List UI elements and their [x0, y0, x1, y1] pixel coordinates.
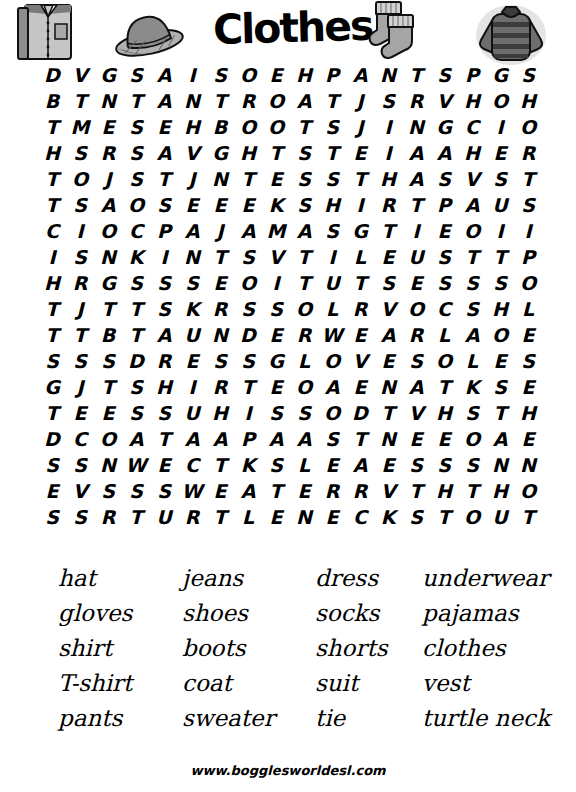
word-list-column-1: hatglovesshirtT-shirtpants [58, 561, 182, 736]
grid-cell-r11c8: D [234, 322, 262, 348]
grid-cell-r3c4: S [122, 114, 150, 140]
grid-cell-r7c4: C [122, 218, 150, 244]
grid-cell-r6c6: E [178, 192, 206, 218]
grid-cell-r3c10: T [290, 114, 318, 140]
grid-cell-r4c10: S [290, 140, 318, 166]
grid-cell-r17c14: T [402, 478, 430, 504]
grid-cell-r10c2: J [66, 296, 94, 322]
grid-cell-r3c11: S [318, 114, 346, 140]
grid-cell-r10c7: R [206, 296, 234, 322]
grid-cell-r3c3: E [94, 114, 122, 140]
grid-cell-r4c17: E [486, 140, 514, 166]
grid-cell-r8c8: S [234, 244, 262, 270]
grid-cell-r18c3: R [94, 504, 122, 530]
word-shoes: shoes [182, 596, 315, 631]
grid-cell-r7c3: O [94, 218, 122, 244]
grid-cell-r10c6: K [178, 296, 206, 322]
grid-cell-r7c1: C [38, 218, 66, 244]
grid-cell-r16c16: S [458, 452, 486, 478]
grid-cell-r16c9: S [262, 452, 290, 478]
grid-cell-r9c15: S [430, 270, 458, 296]
grid-cell-r2c14: R [402, 88, 430, 114]
grid-cell-r17c4: S [122, 478, 150, 504]
grid-cell-r9c12: T [346, 270, 374, 296]
grid-cell-r13c17: S [486, 374, 514, 400]
grid-cell-r7c2: I [66, 218, 94, 244]
grid-cell-r7c8: A [234, 218, 262, 244]
grid-cell-r12c15: O [430, 348, 458, 374]
grid-cell-r18c12: C [346, 504, 374, 530]
grid-cell-r11c12: E [346, 322, 374, 348]
grid-cell-r7c16: O [458, 218, 486, 244]
grid-cell-r13c4: S [122, 374, 150, 400]
grid-cell-r11c14: R [402, 322, 430, 348]
grid-cell-r4c4: S [122, 140, 150, 166]
grid-cell-r3c2: M [66, 114, 94, 140]
grid-cell-r14c3: E [94, 400, 122, 426]
grid-cell-r9c5: S [150, 270, 178, 296]
word-vest: vest [422, 666, 576, 701]
grid-cell-r4c3: R [94, 140, 122, 166]
grid-cell-r10c13: V [374, 296, 402, 322]
grid-cell-r2c15: V [430, 88, 458, 114]
grid-cell-r16c11: E [318, 452, 346, 478]
grid-cell-r11c3: B [94, 322, 122, 348]
grid-cell-r5c9: E [262, 166, 290, 192]
grid-cell-r17c3: S [94, 478, 122, 504]
grid-cell-r6c12: I [346, 192, 374, 218]
grid-cell-r6c1: T [38, 192, 66, 218]
grid-cell-r10c3: T [94, 296, 122, 322]
grid-cell-r1c8: O [234, 62, 262, 88]
grid-cell-r14c17: T [486, 400, 514, 426]
grid-cell-r8c17: T [486, 244, 514, 270]
grid-cell-r1c6: I [178, 62, 206, 88]
grid-cell-r3c18: O [514, 114, 542, 140]
grid-cell-r16c10: L [290, 452, 318, 478]
grid-cell-r16c14: S [402, 452, 430, 478]
grid-cell-r12c12: V [346, 348, 374, 374]
grid-cell-r14c6: U [178, 400, 206, 426]
grid-cell-r3c9: O [262, 114, 290, 140]
grid-cell-r12c6: E [178, 348, 206, 374]
grid-cell-r12c18: S [514, 348, 542, 374]
grid-cell-r16c18: N [514, 452, 542, 478]
grid-cell-r6c2: S [66, 192, 94, 218]
grid-cell-r3c6: H [178, 114, 206, 140]
grid-cell-r1c3: G [94, 62, 122, 88]
grid-cell-r4c6: V [178, 140, 206, 166]
grid-cell-r10c18: L [514, 296, 542, 322]
grid-cell-r10c14: O [402, 296, 430, 322]
grid-cell-r8c3: N [94, 244, 122, 270]
grid-cell-r18c6: R [178, 504, 206, 530]
grid-cell-r5c16: V [458, 166, 486, 192]
grid-cell-r12c2: S [66, 348, 94, 374]
grid-cell-r3c13: I [374, 114, 402, 140]
grid-cell-r15c14: E [402, 426, 430, 452]
grid-cell-r3c17: I [486, 114, 514, 140]
grid-cell-r17c15: H [430, 478, 458, 504]
grid-cell-r7c10: A [290, 218, 318, 244]
grid-cell-r5c15: S [430, 166, 458, 192]
grid-cell-r5c2: O [66, 166, 94, 192]
grid-cell-r13c7: R [206, 374, 234, 400]
grid-cell-r10c15: C [430, 296, 458, 322]
grid-cell-r14c2: E [66, 400, 94, 426]
grid-cell-r11c16: A [458, 322, 486, 348]
grid-cell-r5c5: T [150, 166, 178, 192]
grid-cell-r15c6: A [178, 426, 206, 452]
grid-cell-r15c18: E [514, 426, 542, 452]
grid-cell-r9c17: S [486, 270, 514, 296]
grid-cell-r13c3: T [94, 374, 122, 400]
page-title: Clothes [212, 2, 363, 54]
grid-cell-r2c3: N [94, 88, 122, 114]
word-pants: pants [58, 701, 182, 736]
grid-cell-r16c6: C [178, 452, 206, 478]
word-jeans: jeans [182, 561, 315, 596]
grid-cell-r2c4: T [122, 88, 150, 114]
grid-cell-r12c8: S [234, 348, 262, 374]
grid-cell-r13c11: A [318, 374, 346, 400]
grid-cell-r18c18: T [514, 504, 542, 530]
grid-cell-r11c15: L [430, 322, 458, 348]
grid-cell-r6c10: S [290, 192, 318, 218]
grid-cell-r8c18: P [514, 244, 542, 270]
grid-cell-r2c10: A [290, 88, 318, 114]
grid-cell-r15c9: A [262, 426, 290, 452]
grid-cell-r16c13: E [374, 452, 402, 478]
grid-cell-r16c7: T [206, 452, 234, 478]
grid-cell-r8c6: N [178, 244, 206, 270]
grid-cell-r8c5: I [150, 244, 178, 270]
grid-cell-r3c8: O [234, 114, 262, 140]
grid-cell-r10c1: T [38, 296, 66, 322]
grid-cell-r5c17: S [486, 166, 514, 192]
word-list-column-3: dresssocksshortssuittie [315, 561, 422, 736]
grid-cell-r3c1: T [38, 114, 66, 140]
grid-cell-r7c17: I [486, 218, 514, 244]
word-list-column-4: underwearpajamasclothesvestturtle neck [422, 561, 576, 736]
grid-cell-r10c4: T [122, 296, 150, 322]
grid-cell-r15c5: T [150, 426, 178, 452]
grid-cell-r7c14: I [402, 218, 430, 244]
grid-cell-r1c15: S [430, 62, 458, 88]
grid-cell-r3c5: E [150, 114, 178, 140]
grid-cell-r3c7: B [206, 114, 234, 140]
grid-cell-r17c10: E [290, 478, 318, 504]
grid-cell-r12c16: L [458, 348, 486, 374]
grid-cell-r9c7: E [206, 270, 234, 296]
grid-cell-r6c14: T [402, 192, 430, 218]
grid-cell-r5c18: T [514, 166, 542, 192]
grid-cell-r6c5: S [150, 192, 178, 218]
grid-cell-r17c16: T [458, 478, 486, 504]
grid-cell-r6c9: K [262, 192, 290, 218]
grid-cell-r4c16: H [458, 140, 486, 166]
grid-cell-r4c8: H [234, 140, 262, 166]
grid-cell-r4c7: G [206, 140, 234, 166]
word-socks: socks [315, 596, 422, 631]
grid-cell-r13c14: A [402, 374, 430, 400]
grid-cell-r17c7: E [206, 478, 234, 504]
grid-cell-r15c11: S [318, 426, 346, 452]
grid-cell-r9c14: E [402, 270, 430, 296]
word-pajamas: pajamas [422, 596, 576, 631]
grid-cell-r6c15: P [430, 192, 458, 218]
worksheet-page: Clothes DVGSAISOEHPANTSPGSBTNTA [0, 0, 576, 792]
grid-cell-r1c16: P [458, 62, 486, 88]
grid-cell-r4c15: A [430, 140, 458, 166]
grid-cell-r2c12: J [346, 88, 374, 114]
grid-cell-r4c2: S [66, 140, 94, 166]
grid-cell-r18c16: O [458, 504, 486, 530]
grid-cell-r16c4: W [122, 452, 150, 478]
folded-shirt-icon [14, 2, 76, 62]
grid-cell-r7c12: G [346, 218, 374, 244]
grid-cell-r10c5: S [150, 296, 178, 322]
grid-cell-r17c2: V [66, 478, 94, 504]
grid-cell-r2c2: T [66, 88, 94, 114]
word-shirt: shirt [58, 631, 182, 666]
grid-cell-r17c9: T [262, 478, 290, 504]
word-list-column-2: jeansshoesbootscoatsweater [182, 561, 315, 736]
grid-cell-r14c4: S [122, 400, 150, 426]
grid-cell-r1c13: N [374, 62, 402, 88]
grid-cell-r16c15: S [430, 452, 458, 478]
grid-cell-r2c7: T [206, 88, 234, 114]
grid-cell-r14c8: I [234, 400, 262, 426]
grid-cell-r9c8: O [234, 270, 262, 296]
socks-icon [360, 0, 428, 64]
grid-cell-r10c17: H [486, 296, 514, 322]
grid-cell-r12c17: E [486, 348, 514, 374]
grid-cell-r9c1: H [38, 270, 66, 296]
grid-cell-r17c8: A [234, 478, 262, 504]
grid-cell-r4c14: A [402, 140, 430, 166]
grid-cell-r5c6: J [178, 166, 206, 192]
grid-cell-r13c6: I [178, 374, 206, 400]
grid-cell-r11c17: O [486, 322, 514, 348]
grid-cell-r15c10: A [290, 426, 318, 452]
grid-cell-r8c13: E [374, 244, 402, 270]
grid-cell-r4c13: I [374, 140, 402, 166]
word-underwear: underwear [422, 561, 576, 596]
word-clothes: clothes [422, 631, 576, 666]
word-list: hatglovesshirtT-shirtpantsjeansshoesboot… [58, 561, 576, 736]
grid-cell-r6c8: E [234, 192, 262, 218]
grid-cell-r18c7: T [206, 504, 234, 530]
grid-cell-r16c2: S [66, 452, 94, 478]
grid-cell-r11c7: N [206, 322, 234, 348]
grid-cell-r1c10: H [290, 62, 318, 88]
grid-cell-r10c10: O [290, 296, 318, 322]
grid-cell-r1c11: P [318, 62, 346, 88]
grid-cell-r9c2: R [66, 270, 94, 296]
grid-cell-r9c4: S [122, 270, 150, 296]
word-boots: boots [182, 631, 315, 666]
grid-cell-r8c15: S [430, 244, 458, 270]
grid-cell-r18c9: E [262, 504, 290, 530]
grid-cell-r7c6: A [178, 218, 206, 244]
grid-cell-r4c1: H [38, 140, 66, 166]
grid-cell-r8c9: V [262, 244, 290, 270]
grid-cell-r2c6: N [178, 88, 206, 114]
grid-cell-r11c9: E [262, 322, 290, 348]
grid-cell-r4c18: R [514, 140, 542, 166]
grid-cell-r7c18: I [514, 218, 542, 244]
grid-cell-r16c17: N [486, 452, 514, 478]
grid-cell-r9c18: O [514, 270, 542, 296]
grid-cell-r11c5: A [150, 322, 178, 348]
grid-cell-r1c5: A [150, 62, 178, 88]
grid-cell-r13c16: K [458, 374, 486, 400]
grid-cell-r12c4: D [122, 348, 150, 374]
grid-cell-r15c8: P [234, 426, 262, 452]
grid-cell-r15c2: C [66, 426, 94, 452]
grid-cell-r4c9: T [262, 140, 290, 166]
grid-cell-r7c5: P [150, 218, 178, 244]
word-gloves: gloves [58, 596, 182, 631]
grid-cell-r18c5: U [150, 504, 178, 530]
grid-cell-r17c6: W [178, 478, 206, 504]
grid-cell-r10c12: R [346, 296, 374, 322]
grid-cell-r9c9: I [262, 270, 290, 296]
grid-cell-r12c9: G [262, 348, 290, 374]
grid-cell-r13c12: E [346, 374, 374, 400]
grid-cell-r6c3: A [94, 192, 122, 218]
grid-cell-r2c13: S [374, 88, 402, 114]
grid-cell-r12c11: O [318, 348, 346, 374]
grid-cell-r6c18: S [514, 192, 542, 218]
grid-cell-r4c5: A [150, 140, 178, 166]
grid-cell-r13c10: O [290, 374, 318, 400]
grid-cell-r5c1: T [38, 166, 66, 192]
grid-cell-r12c7: S [206, 348, 234, 374]
grid-cell-r7c7: J [206, 218, 234, 244]
grid-cell-r16c1: S [38, 452, 66, 478]
grid-cell-r6c16: A [458, 192, 486, 218]
grid-cell-r18c14: S [402, 504, 430, 530]
grid-cell-r10c8: S [234, 296, 262, 322]
grid-cell-r1c14: T [402, 62, 430, 88]
grid-cell-r5c12: T [346, 166, 374, 192]
grid-cell-r11c13: A [374, 322, 402, 348]
grid-cell-r2c8: R [234, 88, 262, 114]
grid-cell-r13c18: E [514, 374, 542, 400]
grid-cell-r14c15: H [430, 400, 458, 426]
grid-cell-r13c1: G [38, 374, 66, 400]
grid-cell-r9c3: G [94, 270, 122, 296]
grid-cell-r6c11: H [318, 192, 346, 218]
grid-cell-r16c3: N [94, 452, 122, 478]
grid-cell-r13c13: N [374, 374, 402, 400]
word-suit: suit [315, 666, 422, 701]
grid-cell-r15c3: O [94, 426, 122, 452]
grid-cell-r18c1: S [38, 504, 66, 530]
grid-cell-r15c13: N [374, 426, 402, 452]
grid-cell-r14c9: S [262, 400, 290, 426]
grid-cell-r18c17: U [486, 504, 514, 530]
word-turtle-neck: turtle neck [422, 701, 576, 736]
grid-cell-r11c11: W [318, 322, 346, 348]
grid-cell-r2c16: H [458, 88, 486, 114]
grid-cell-r16c5: E [150, 452, 178, 478]
grid-cell-r17c11: R [318, 478, 346, 504]
grid-cell-r8c11: I [318, 244, 346, 270]
grid-cell-r17c17: H [486, 478, 514, 504]
grid-cell-r1c2: V [66, 62, 94, 88]
word-coat: coat [182, 666, 315, 701]
grid-cell-r5c13: H [374, 166, 402, 192]
grid-cell-r18c10: N [290, 504, 318, 530]
grid-cell-r1c9: E [262, 62, 290, 88]
grid-cell-r5c3: J [94, 166, 122, 192]
grid-cell-r8c12: L [346, 244, 374, 270]
grid-cell-r13c5: H [150, 374, 178, 400]
grid-cell-r5c14: A [402, 166, 430, 192]
grid-cell-r11c6: U [178, 322, 206, 348]
grid-cell-r9c6: S [178, 270, 206, 296]
grid-cell-r13c8: T [234, 374, 262, 400]
grid-cell-r12c1: S [38, 348, 66, 374]
grid-cell-r6c4: O [122, 192, 150, 218]
grid-cell-r12c10: L [290, 348, 318, 374]
grid-cell-r11c2: T [66, 322, 94, 348]
grid-cell-r18c4: T [122, 504, 150, 530]
grid-cell-r2c11: T [318, 88, 346, 114]
grid-cell-r17c1: E [38, 478, 66, 504]
grid-cell-r14c16: S [458, 400, 486, 426]
grid-cell-r10c16: S [458, 296, 486, 322]
grid-cell-r7c15: E [430, 218, 458, 244]
grid-cell-r1c18: S [514, 62, 542, 88]
grid-cell-r15c12: T [346, 426, 374, 452]
grid-cell-r8c10: T [290, 244, 318, 270]
grid-cell-r10c9: S [262, 296, 290, 322]
grid-cell-r1c4: S [122, 62, 150, 88]
grid-cell-r17c5: S [150, 478, 178, 504]
grid-cell-r11c1: T [38, 322, 66, 348]
grid-cell-r11c18: E [514, 322, 542, 348]
grid-cell-r8c14: U [402, 244, 430, 270]
grid-cell-r14c14: V [402, 400, 430, 426]
grid-cell-r4c12: E [346, 140, 374, 166]
grid-cell-r5c10: S [290, 166, 318, 192]
word-tie: tie [315, 701, 422, 736]
grid-cell-r17c13: V [374, 478, 402, 504]
grid-cell-r1c17: G [486, 62, 514, 88]
word-search-grid: DVGSAISOEHPANTSPGSBTNTANTROATJSRVHOHTMES… [38, 62, 542, 530]
sun-hat-icon [110, 8, 186, 60]
grid-cell-r12c14: S [402, 348, 430, 374]
grid-cell-r11c10: R [290, 322, 318, 348]
grid-cell-r3c16: C [458, 114, 486, 140]
grid-cell-r8c16: T [458, 244, 486, 270]
grid-cell-r15c7: A [206, 426, 234, 452]
grid-cell-r1c12: A [346, 62, 374, 88]
grid-cell-r7c9: M [262, 218, 290, 244]
grid-cell-r15c17: A [486, 426, 514, 452]
grid-cell-r13c2: J [66, 374, 94, 400]
grid-cell-r7c13: T [374, 218, 402, 244]
grid-cell-r18c15: T [430, 504, 458, 530]
grid-cell-r15c16: O [458, 426, 486, 452]
grid-cell-r18c11: E [318, 504, 346, 530]
grid-cell-r3c14: N [402, 114, 430, 140]
grid-cell-r2c5: A [150, 88, 178, 114]
